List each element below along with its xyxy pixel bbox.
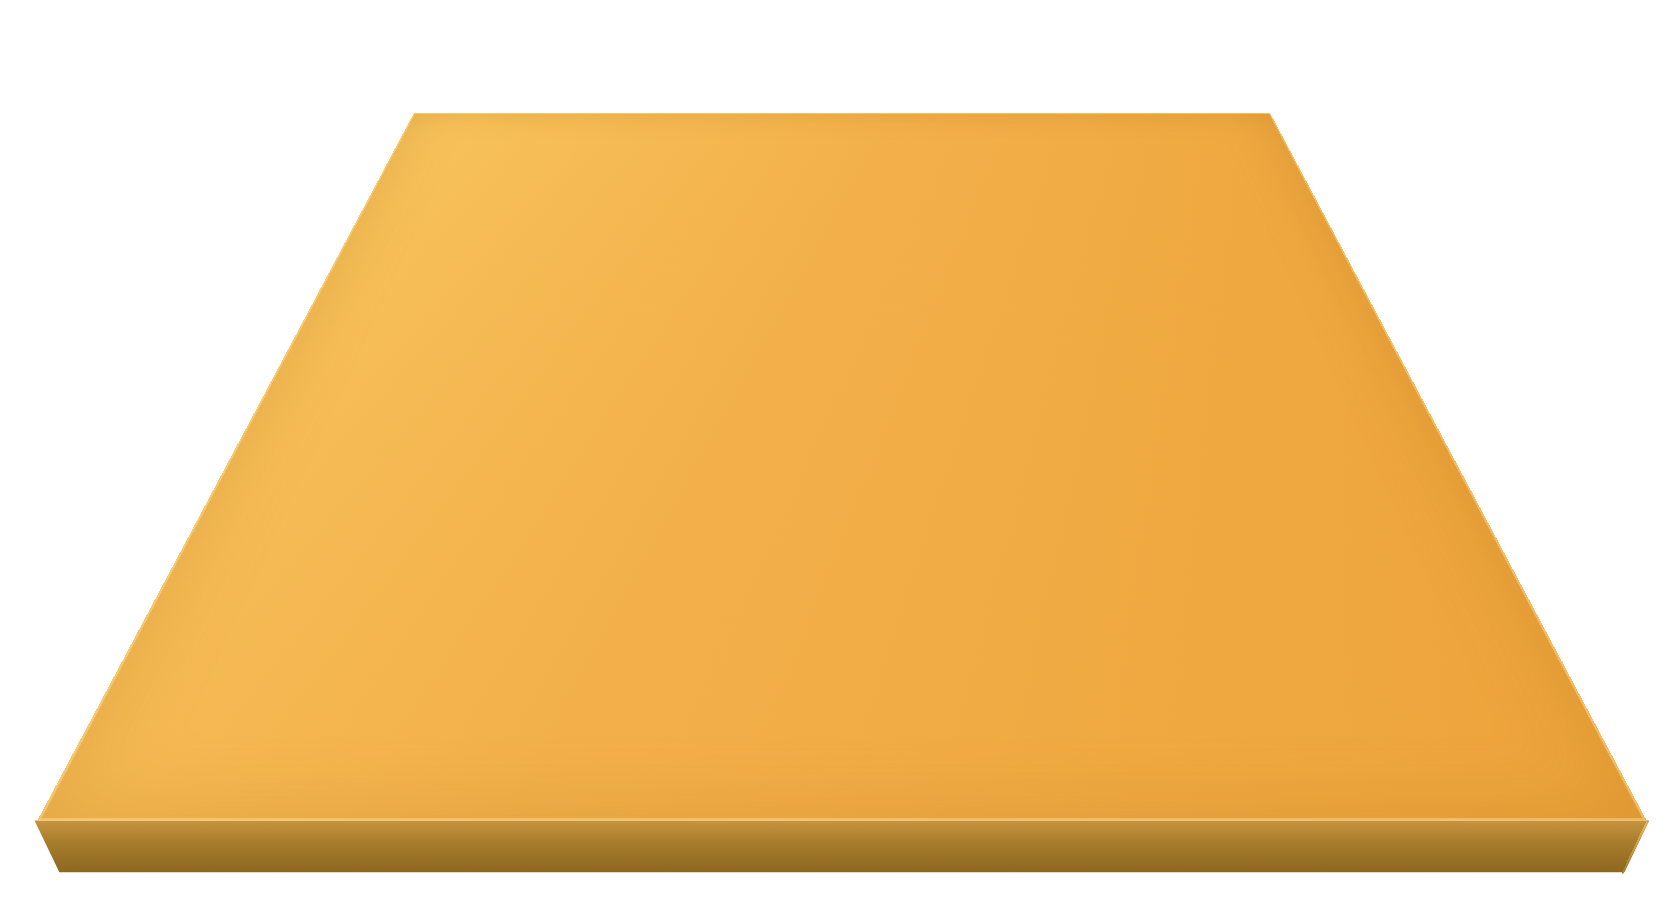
- board-front-edge: [34, 821, 1649, 873]
- chessboard-3d: [37, 113, 1646, 820]
- board-surface: [37, 113, 1646, 820]
- scene: [0, 0, 1672, 906]
